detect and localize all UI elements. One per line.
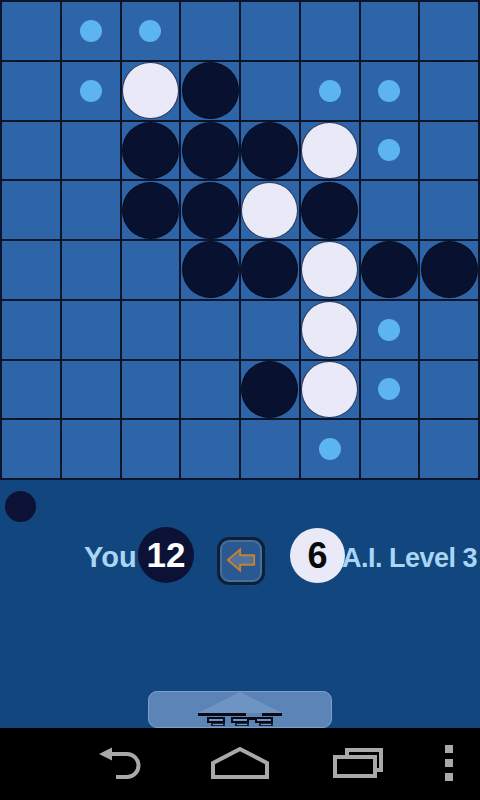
board-cell-f1[interactable] [300,1,360,61]
board-cell-f3[interactable] [300,121,360,181]
othello-board [0,0,480,480]
black-disc [242,362,297,417]
black-disc [302,183,357,238]
board-cell-e2[interactable] [240,61,300,121]
legal-move-hint-dot[interactable] [378,378,400,400]
board-cell-e7[interactable] [240,360,300,420]
board-cell-b2[interactable] [61,61,121,121]
ai-score-value: 6 [307,535,327,577]
board-cell-a2[interactable] [1,61,61,121]
board-cell-e8[interactable] [240,419,300,479]
board-cell-g7[interactable] [360,360,420,420]
board-cell-e6[interactable] [240,300,300,360]
recents-button[interactable] [330,728,386,800]
board-cell-e5[interactable] [240,240,300,300]
board-cell-a7[interactable] [1,360,61,420]
board-cell-f2[interactable] [300,61,360,121]
white-disc [302,302,357,357]
board-cell-h4[interactable] [419,180,479,240]
legal-move-hint-dot[interactable] [378,80,400,102]
board-cell-c6[interactable] [121,300,181,360]
back-button[interactable] [92,728,152,800]
black-disc [183,183,238,238]
board-cell-e3[interactable] [240,121,300,181]
board-cell-b6[interactable] [61,300,121,360]
board-cell-d2[interactable] [180,61,240,121]
board-cell-a5[interactable] [1,240,61,300]
board-cell-d7[interactable] [180,360,240,420]
board-cell-f8[interactable] [300,419,360,479]
board-cell-c4[interactable] [121,180,181,240]
black-disc [242,123,297,178]
white-disc [302,123,357,178]
board-cell-g1[interactable] [360,1,420,61]
recents-icon [333,748,383,781]
board-cell-c7[interactable] [121,360,181,420]
you-label: You [84,541,137,574]
board-cell-h7[interactable] [419,360,479,420]
home-button[interactable] [208,728,272,800]
board-cell-a8[interactable] [1,419,61,479]
pull-up-arrow-icon [190,691,290,729]
board-cell-f7[interactable] [300,360,360,420]
board-cell-h2[interactable] [419,61,479,121]
board-cell-g3[interactable] [360,121,420,181]
legal-move-hint-dot[interactable] [80,20,102,42]
board-cell-c1[interactable] [121,1,181,61]
legal-move-hint-dot[interactable] [378,319,400,341]
black-disc [123,183,178,238]
board-cell-h1[interactable] [419,1,479,61]
back-icon [97,747,147,782]
black-disc [362,242,417,297]
white-disc [302,242,357,297]
board-cell-h6[interactable] [419,300,479,360]
legal-move-hint-dot[interactable] [378,139,400,161]
board-cell-d6[interactable] [180,300,240,360]
board-cell-g4[interactable] [360,180,420,240]
you-score-disc: 12 [138,527,194,583]
white-disc [242,183,297,238]
pull-up-menu-button[interactable] [148,691,332,728]
board-cell-b7[interactable] [61,360,121,420]
board-cell-b8[interactable] [61,419,121,479]
you-score-value: 12 [147,535,186,575]
board-cell-d5[interactable] [180,240,240,300]
undo-arrow-icon [225,545,257,578]
board-cell-b4[interactable] [61,180,121,240]
black-disc [183,63,238,118]
board-cell-d3[interactable] [180,121,240,181]
legal-move-hint-dot[interactable] [319,80,341,102]
board-cell-c3[interactable] [121,121,181,181]
undo-button[interactable] [217,537,265,585]
white-disc [123,63,178,118]
menu-button[interactable] [438,728,460,800]
legal-move-hint-dot[interactable] [319,438,341,460]
ai-level-label: A.I. Level 3 [342,543,477,574]
board-cell-f4[interactable] [300,180,360,240]
home-icon [211,747,269,782]
board-cell-a6[interactable] [1,300,61,360]
board-cell-d4[interactable] [180,180,240,240]
board-cell-b1[interactable] [61,1,121,61]
board-cell-e4[interactable] [240,180,300,240]
board-cell-c8[interactable] [121,419,181,479]
board-cell-g2[interactable] [360,61,420,121]
legal-move-hint-dot[interactable] [139,20,161,42]
android-nav-bar [0,728,480,800]
board-cell-f6[interactable] [300,300,360,360]
white-disc [302,362,357,417]
ai-score-disc: 6 [290,528,345,583]
board-cell-b5[interactable] [61,240,121,300]
board-cell-c2[interactable] [121,61,181,121]
black-disc [183,242,238,297]
black-disc [242,242,297,297]
black-disc [183,123,238,178]
legal-move-hint-dot[interactable] [80,80,102,102]
turn-indicator-disc [5,491,36,522]
board-cell-a4[interactable] [1,180,61,240]
board-cell-a3[interactable] [1,121,61,181]
board-cell-h3[interactable] [419,121,479,181]
board-cell-a1[interactable] [1,1,61,61]
board-cell-d1[interactable] [180,1,240,61]
board-cell-e1[interactable] [240,1,300,61]
board-cell-g8[interactable] [360,419,420,479]
board-cell-c5[interactable] [121,240,181,300]
board-cell-b3[interactable] [61,121,121,181]
board-cell-g6[interactable] [360,300,420,360]
board-cell-f5[interactable] [300,240,360,300]
black-disc [422,242,477,297]
board-cell-g5[interactable] [360,240,420,300]
board-cell-h5[interactable] [419,240,479,300]
board-cell-h8[interactable] [419,419,479,479]
board-cell-d8[interactable] [180,419,240,479]
menu-dots-icon [444,744,454,785]
othello-game-screen: You 12 6 A.I. Level 3 [0,0,480,800]
black-disc [123,123,178,178]
